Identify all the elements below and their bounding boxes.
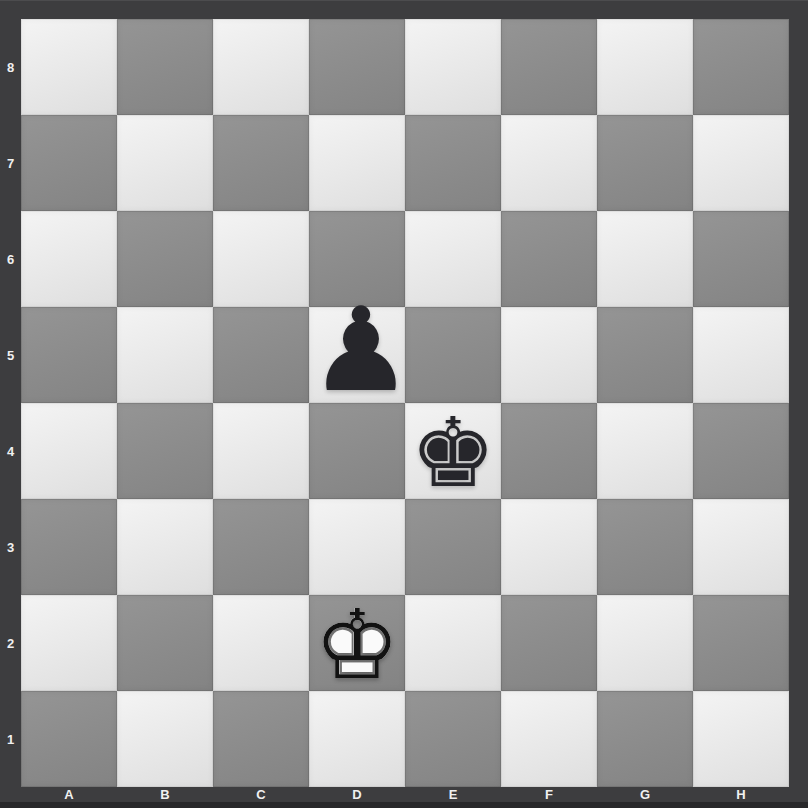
white-king-glyph: ♚	[309, 595, 405, 691]
square-c7[interactable]	[213, 115, 309, 211]
square-h2[interactable]	[693, 595, 789, 691]
black-king[interactable]: ♚	[405, 403, 501, 499]
square-h8[interactable]	[693, 19, 789, 115]
file-label-a: A	[21, 787, 117, 802]
square-a1[interactable]	[21, 691, 117, 787]
square-f7[interactable]	[501, 115, 597, 211]
square-e6[interactable]	[405, 211, 501, 307]
black-pawn[interactable]: ♟	[309, 307, 405, 403]
square-b8[interactable]	[117, 19, 213, 115]
square-f8[interactable]	[501, 19, 597, 115]
square-d2[interactable]: ♚♔	[309, 595, 405, 691]
square-g8[interactable]	[597, 19, 693, 115]
square-a5[interactable]	[21, 307, 117, 403]
rank-label-5: 5	[0, 307, 21, 403]
square-e3[interactable]	[405, 499, 501, 595]
file-label-h: H	[693, 787, 789, 802]
square-e2[interactable]	[405, 595, 501, 691]
rank-label-6: 6	[0, 211, 21, 307]
square-h6[interactable]	[693, 211, 789, 307]
square-e8[interactable]	[405, 19, 501, 115]
file-label-g: G	[597, 787, 693, 802]
square-f5[interactable]	[501, 307, 597, 403]
square-c2[interactable]	[213, 595, 309, 691]
file-label-b: B	[117, 787, 213, 802]
square-d7[interactable]	[309, 115, 405, 211]
square-h4[interactable]	[693, 403, 789, 499]
square-b7[interactable]	[117, 115, 213, 211]
square-g7[interactable]	[597, 115, 693, 211]
black-pawn-glyph: ♟	[309, 307, 405, 403]
square-g2[interactable]	[597, 595, 693, 691]
rank-label-2: 2	[0, 595, 21, 691]
square-g5[interactable]	[597, 307, 693, 403]
square-b4[interactable]	[117, 403, 213, 499]
square-c3[interactable]	[213, 499, 309, 595]
rank-label-8: 8	[0, 19, 21, 115]
rank-label-1: 1	[0, 691, 21, 787]
frame-bottom-shadow	[0, 802, 808, 808]
square-d5[interactable]: ♟	[309, 307, 405, 403]
square-e5[interactable]	[405, 307, 501, 403]
square-a8[interactable]	[21, 19, 117, 115]
square-e4[interactable]: ♚	[405, 403, 501, 499]
square-a3[interactable]	[21, 499, 117, 595]
square-b1[interactable]	[117, 691, 213, 787]
square-h7[interactable]	[693, 115, 789, 211]
square-d8[interactable]	[309, 19, 405, 115]
square-h3[interactable]	[693, 499, 789, 595]
white-king-outline: ♔	[309, 595, 405, 691]
square-f3[interactable]	[501, 499, 597, 595]
square-d3[interactable]	[309, 499, 405, 595]
rank-label-7: 7	[0, 115, 21, 211]
square-b5[interactable]	[117, 307, 213, 403]
square-g1[interactable]	[597, 691, 693, 787]
square-c4[interactable]	[213, 403, 309, 499]
square-a7[interactable]	[21, 115, 117, 211]
rank-label-4: 4	[0, 403, 21, 499]
file-label-e: E	[405, 787, 501, 802]
square-b6[interactable]	[117, 211, 213, 307]
square-f6[interactable]	[501, 211, 597, 307]
square-d4[interactable]	[309, 403, 405, 499]
file-label-c: C	[213, 787, 309, 802]
file-label-d: D	[309, 787, 405, 802]
square-g4[interactable]	[597, 403, 693, 499]
black-king-glyph: ♚	[405, 403, 501, 499]
file-labels: ABCDEFGH	[21, 787, 789, 802]
square-f4[interactable]	[501, 403, 597, 499]
square-g3[interactable]	[597, 499, 693, 595]
square-a4[interactable]	[21, 403, 117, 499]
square-e7[interactable]	[405, 115, 501, 211]
square-d6[interactable]	[309, 211, 405, 307]
square-h1[interactable]	[693, 691, 789, 787]
file-label-f: F	[501, 787, 597, 802]
square-d1[interactable]	[309, 691, 405, 787]
square-c8[interactable]	[213, 19, 309, 115]
square-h5[interactable]	[693, 307, 789, 403]
white-king[interactable]: ♚♔	[309, 595, 405, 691]
rank-label-3: 3	[0, 499, 21, 595]
chess-board: ♟♚♚♔	[21, 19, 789, 787]
square-c6[interactable]	[213, 211, 309, 307]
square-c5[interactable]	[213, 307, 309, 403]
square-a6[interactable]	[21, 211, 117, 307]
rank-labels: 87654321	[0, 19, 21, 787]
square-b2[interactable]	[117, 595, 213, 691]
square-b3[interactable]	[117, 499, 213, 595]
square-f2[interactable]	[501, 595, 597, 691]
board-frame: ♟♚♚♔ 87654321 ABCDEFGH	[0, 0, 808, 808]
square-a2[interactable]	[21, 595, 117, 691]
square-e1[interactable]	[405, 691, 501, 787]
square-f1[interactable]	[501, 691, 597, 787]
square-g6[interactable]	[597, 211, 693, 307]
square-c1[interactable]	[213, 691, 309, 787]
